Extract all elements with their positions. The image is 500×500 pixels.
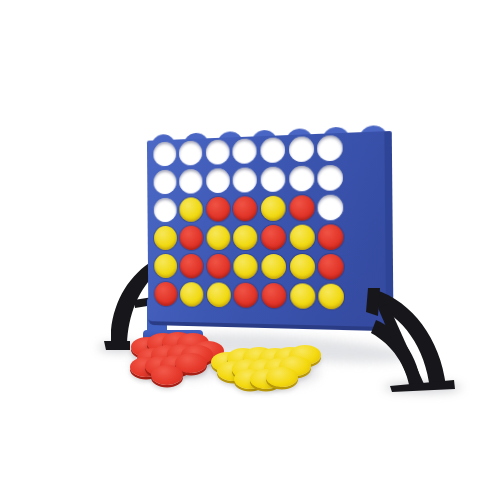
empty-hole [289, 166, 314, 192]
empty-hole [261, 166, 286, 192]
cell-r2c1[interactable] [152, 168, 178, 197]
red-disc [233, 196, 257, 221]
cell-r6c7[interactable] [317, 282, 346, 312]
yellow-disc [318, 284, 344, 310]
cell-r4c6[interactable] [287, 222, 316, 252]
empty-hole [233, 138, 257, 164]
cell-r1c5[interactable] [259, 135, 287, 165]
red-disc [318, 254, 344, 280]
yellow-disc [234, 254, 258, 279]
cell-r1c6[interactable] [287, 134, 316, 164]
empty-hole [179, 169, 202, 194]
connect-four-board [147, 125, 394, 348]
yellow-disc [289, 225, 314, 250]
yellow-disc [261, 196, 286, 221]
cell-r4c1[interactable] [152, 224, 178, 252]
board-body [147, 131, 394, 331]
cell-r4c5[interactable] [259, 223, 287, 252]
cell-r3c3[interactable] [205, 195, 232, 224]
cell-r4c3[interactable] [205, 223, 232, 252]
cell-r2c2[interactable] [178, 167, 205, 196]
loose-yellow-disc [266, 367, 298, 387]
yellow-disc [154, 226, 177, 250]
cell-r2c6[interactable] [287, 163, 316, 193]
cell-r1c3[interactable] [204, 137, 231, 166]
yellow-disc [207, 282, 231, 307]
cell-r6c5[interactable] [260, 281, 288, 311]
cell-r6c4[interactable] [232, 281, 260, 310]
cell-r1c1[interactable] [151, 139, 177, 168]
empty-hole [289, 136, 314, 162]
yellow-disc [180, 197, 203, 222]
cell-r5c3[interactable] [205, 252, 232, 281]
yellow-disc [154, 254, 177, 278]
cell-r1c2[interactable] [177, 138, 204, 167]
scene [0, 0, 500, 500]
cell-r4c2[interactable] [178, 224, 205, 252]
yellow-disc [234, 225, 258, 250]
cell-r6c6[interactable] [288, 281, 317, 311]
yellow-disc [261, 254, 286, 279]
cell-r3c2[interactable] [178, 195, 205, 224]
cell-r5c2[interactable] [178, 252, 205, 280]
cell-r6c2[interactable] [179, 280, 206, 309]
empty-hole [317, 135, 343, 161]
cell-r3c4[interactable] [232, 194, 260, 223]
cell-r5c5[interactable] [260, 252, 288, 281]
empty-hole [154, 198, 177, 222]
cell-r5c7[interactable] [316, 252, 345, 282]
cell-r1c7[interactable] [315, 133, 344, 164]
cell-r2c3[interactable] [204, 166, 231, 195]
red-disc [154, 282, 177, 306]
red-disc [262, 283, 287, 308]
cell-r6c3[interactable] [205, 280, 232, 309]
yellow-disc [180, 282, 203, 307]
cell-r4c7[interactable] [316, 222, 345, 252]
cell-r6c1[interactable] [153, 280, 179, 308]
cell-r4c4[interactable] [232, 223, 260, 252]
cell-r5c6[interactable] [288, 252, 317, 282]
cell-r2c7[interactable] [316, 163, 345, 193]
cell-r3c5[interactable] [259, 194, 287, 224]
red-disc [318, 224, 344, 250]
red-disc [180, 254, 203, 278]
cell-r2c5[interactable] [259, 164, 287, 194]
empty-hole [179, 140, 202, 165]
yellow-disc [290, 254, 315, 279]
cell-r3c1[interactable] [152, 196, 178, 224]
right-leg [366, 288, 458, 392]
empty-hole [206, 168, 230, 193]
red-disc [207, 254, 231, 279]
red-disc [289, 195, 314, 221]
empty-hole [153, 170, 176, 195]
empty-hole [233, 167, 257, 192]
cell-r1c4[interactable] [231, 136, 259, 166]
cell-r3c7[interactable] [316, 192, 345, 222]
yellow-disc [290, 283, 315, 309]
loose-red-disc [151, 365, 183, 385]
empty-hole [260, 137, 285, 163]
cell-r5c4[interactable] [232, 252, 260, 281]
board-grid [147, 131, 386, 312]
cell-r2c4[interactable] [231, 165, 259, 194]
yellow-disc [206, 225, 230, 250]
red-disc [180, 226, 203, 250]
red-disc [206, 197, 230, 222]
empty-hole [317, 165, 343, 191]
empty-hole [206, 139, 230, 164]
empty-hole [318, 194, 344, 220]
empty-hole [153, 141, 176, 166]
cell-r3c6[interactable] [287, 193, 316, 223]
red-disc [261, 225, 286, 250]
red-disc [234, 283, 258, 308]
cell-r5c1[interactable] [152, 252, 178, 280]
